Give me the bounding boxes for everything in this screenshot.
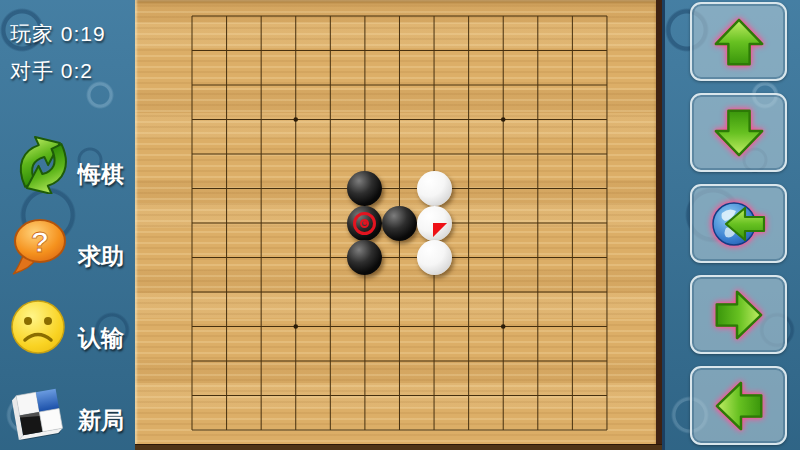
left-arrow-icon <box>711 378 767 434</box>
undo-arrows-icon <box>8 134 74 194</box>
opponent-timer-value: 0:2 <box>61 59 93 82</box>
white-stone-triangle <box>417 206 452 241</box>
opponent-timer-label: 对手 <box>10 59 54 82</box>
right-arrow-icon <box>711 287 767 343</box>
question-bubble-icon: ? <box>8 216 74 276</box>
black-stone <box>382 206 417 241</box>
left-panel: 玩家 0:19 对手 0:2 <box>0 0 135 450</box>
last-move-bullseye-marker <box>353 212 376 235</box>
help-button[interactable]: ? 求助 <box>8 216 124 276</box>
resign-button[interactable]: 认输 <box>8 298 124 358</box>
undo-label: 悔棋 <box>78 159 124 190</box>
gomoku-app: 玩家 0:19 对手 0:2 <box>0 0 800 450</box>
white-stone <box>417 240 452 275</box>
undo-button[interactable]: 悔棋 <box>8 134 124 194</box>
nav-right-button[interactable] <box>690 275 787 354</box>
player-timer-value: 0:19 <box>61 22 106 45</box>
white-stone <box>417 171 452 206</box>
player-timer: 玩家 0:19 <box>10 20 106 48</box>
globe-back-arrow-icon <box>709 195 769 253</box>
checker-tile-icon <box>8 380 74 440</box>
up-arrow-icon <box>711 14 767 70</box>
down-arrow-icon <box>711 105 767 161</box>
go-board[interactable] <box>135 0 662 450</box>
help-label: 求助 <box>78 241 124 272</box>
nav-down-button[interactable] <box>690 93 787 172</box>
right-panel <box>662 0 800 450</box>
resign-label: 认输 <box>78 323 124 354</box>
black-stone-bullseye <box>347 206 382 241</box>
svg-text:?: ? <box>31 225 49 258</box>
sad-face-icon <box>8 298 74 358</box>
back-button[interactable] <box>690 184 787 263</box>
red-triangle-marker <box>433 223 448 238</box>
nav-left-button[interactable] <box>690 366 787 445</box>
player-timer-label: 玩家 <box>10 22 54 45</box>
new-game-label: 新局 <box>78 405 124 436</box>
nav-up-button[interactable] <box>690 2 787 81</box>
board-bottom-edge <box>135 444 662 450</box>
opponent-timer: 对手 0:2 <box>10 57 93 85</box>
new-game-button[interactable]: 新局 <box>8 380 124 440</box>
